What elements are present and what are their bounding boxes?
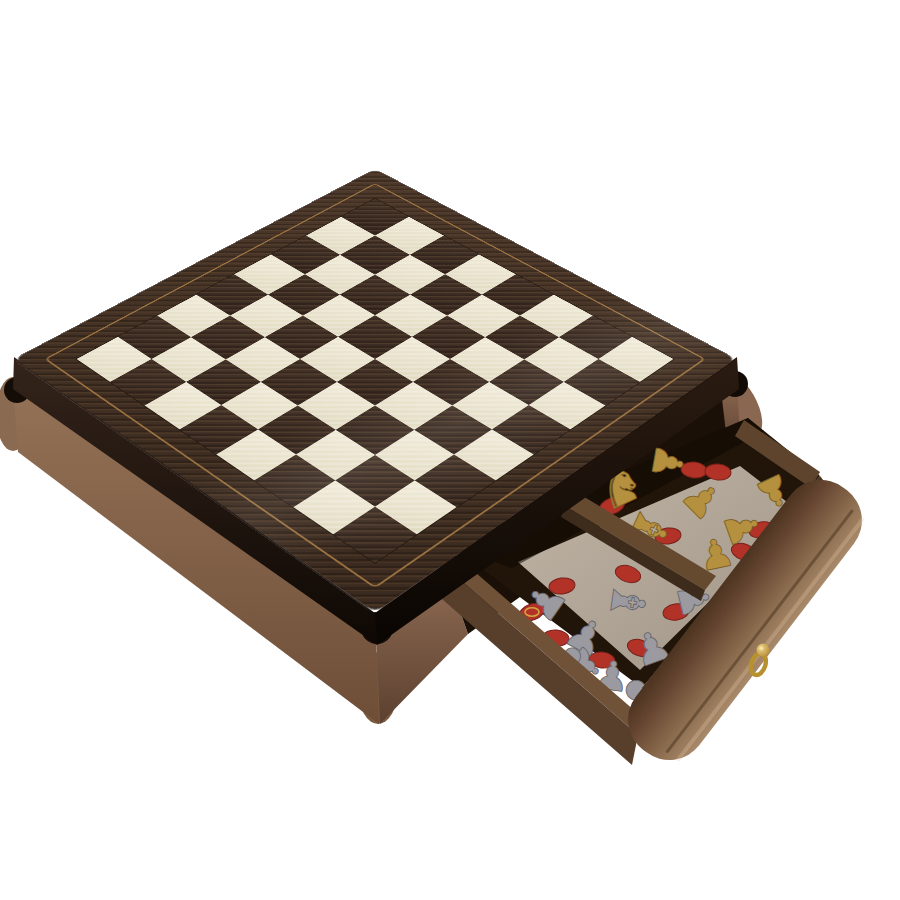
drawer-piece-pewter-bishop: ♝ — [598, 578, 657, 626]
